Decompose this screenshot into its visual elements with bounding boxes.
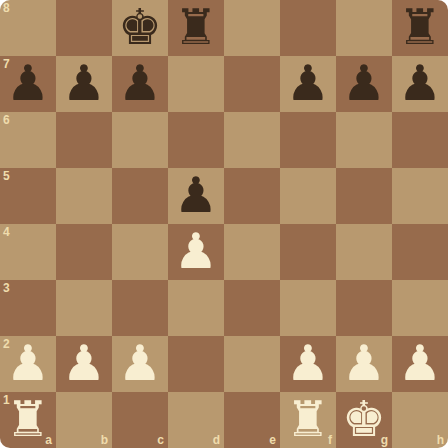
square-c6[interactable] — [112, 112, 168, 168]
square-g5[interactable] — [336, 168, 392, 224]
square-c5[interactable] — [112, 168, 168, 224]
square-f3[interactable] — [280, 280, 336, 336]
rank-label-4: 4 — [3, 225, 10, 239]
square-d5[interactable]: ♟ — [168, 168, 224, 224]
square-c7[interactable]: ♟ — [112, 56, 168, 112]
square-h1[interactable]: h — [392, 392, 448, 448]
square-e5[interactable] — [224, 168, 280, 224]
square-g3[interactable] — [336, 280, 392, 336]
piece-white-rook[interactable]: ♜ — [6, 392, 50, 448]
piece-black-rook[interactable]: ♜ — [174, 0, 218, 56]
square-f5[interactable] — [280, 168, 336, 224]
square-b6[interactable] — [56, 112, 112, 168]
piece-black-pawn[interactable]: ♟ — [6, 56, 50, 112]
square-b8[interactable] — [56, 0, 112, 56]
square-a7[interactable]: 7♟ — [0, 56, 56, 112]
square-d8[interactable]: ♜ — [168, 0, 224, 56]
square-b7[interactable]: ♟ — [56, 56, 112, 112]
square-c3[interactable] — [112, 280, 168, 336]
square-e6[interactable] — [224, 112, 280, 168]
square-e2[interactable] — [224, 336, 280, 392]
file-label-b: b — [101, 433, 108, 447]
file-label-d: d — [213, 433, 220, 447]
square-a2[interactable]: 2♟ — [0, 336, 56, 392]
square-e3[interactable] — [224, 280, 280, 336]
piece-white-pawn[interactable]: ♟ — [286, 336, 330, 392]
square-c1[interactable]: c — [112, 392, 168, 448]
square-f6[interactable] — [280, 112, 336, 168]
square-d6[interactable] — [168, 112, 224, 168]
square-e1[interactable]: e — [224, 392, 280, 448]
piece-white-pawn[interactable]: ♟ — [174, 224, 218, 280]
piece-black-pawn[interactable]: ♟ — [286, 56, 330, 112]
square-a5[interactable]: 5 — [0, 168, 56, 224]
piece-white-rook[interactable]: ♜ — [286, 392, 330, 448]
square-f1[interactable]: f♜ — [280, 392, 336, 448]
rank-label-3: 3 — [3, 281, 10, 295]
square-f8[interactable] — [280, 0, 336, 56]
piece-black-pawn[interactable]: ♟ — [398, 56, 442, 112]
square-a3[interactable]: 3 — [0, 280, 56, 336]
square-h4[interactable] — [392, 224, 448, 280]
square-h8[interactable]: ♜ — [392, 0, 448, 56]
piece-white-pawn[interactable]: ♟ — [118, 336, 162, 392]
square-g2[interactable]: ♟ — [336, 336, 392, 392]
piece-white-king[interactable]: ♚ — [342, 392, 386, 448]
file-label-e: e — [269, 433, 276, 447]
square-g8[interactable] — [336, 0, 392, 56]
square-b1[interactable]: b — [56, 392, 112, 448]
chess-board: 8♚♜♜7♟♟♟♟♟♟65♟4♟32♟♟♟♟♟♟1a♜bcdef♜g♚h — [0, 0, 448, 448]
square-c4[interactable] — [112, 224, 168, 280]
piece-white-pawn[interactable]: ♟ — [398, 336, 442, 392]
square-g4[interactable] — [336, 224, 392, 280]
square-h6[interactable] — [392, 112, 448, 168]
piece-black-rook[interactable]: ♜ — [398, 0, 442, 56]
rank-label-8: 8 — [3, 1, 10, 15]
piece-white-pawn[interactable]: ♟ — [6, 336, 50, 392]
square-g6[interactable] — [336, 112, 392, 168]
square-d2[interactable] — [168, 336, 224, 392]
square-d3[interactable] — [168, 280, 224, 336]
square-a1[interactable]: 1a♜ — [0, 392, 56, 448]
piece-black-pawn[interactable]: ♟ — [174, 168, 218, 224]
square-b4[interactable] — [56, 224, 112, 280]
rank-label-6: 6 — [3, 113, 10, 127]
square-a4[interactable]: 4 — [0, 224, 56, 280]
piece-black-pawn[interactable]: ♟ — [62, 56, 106, 112]
square-b2[interactable]: ♟ — [56, 336, 112, 392]
square-b3[interactable] — [56, 280, 112, 336]
square-f2[interactable]: ♟ — [280, 336, 336, 392]
square-g1[interactable]: g♚ — [336, 392, 392, 448]
square-f7[interactable]: ♟ — [280, 56, 336, 112]
square-d7[interactable] — [168, 56, 224, 112]
square-e7[interactable] — [224, 56, 280, 112]
square-b5[interactable] — [56, 168, 112, 224]
piece-black-king[interactable]: ♚ — [118, 0, 162, 56]
square-e8[interactable] — [224, 0, 280, 56]
square-f4[interactable] — [280, 224, 336, 280]
square-a8[interactable]: 8 — [0, 0, 56, 56]
square-h5[interactable] — [392, 168, 448, 224]
square-c8[interactable]: ♚ — [112, 0, 168, 56]
rank-label-5: 5 — [3, 169, 10, 183]
piece-black-pawn[interactable]: ♟ — [342, 56, 386, 112]
square-d4[interactable]: ♟ — [168, 224, 224, 280]
piece-black-pawn[interactable]: ♟ — [118, 56, 162, 112]
square-h2[interactable]: ♟ — [392, 336, 448, 392]
square-e4[interactable] — [224, 224, 280, 280]
square-h7[interactable]: ♟ — [392, 56, 448, 112]
square-c2[interactable]: ♟ — [112, 336, 168, 392]
square-h3[interactable] — [392, 280, 448, 336]
piece-white-pawn[interactable]: ♟ — [342, 336, 386, 392]
square-d1[interactable]: d — [168, 392, 224, 448]
piece-white-pawn[interactable]: ♟ — [62, 336, 106, 392]
file-label-c: c — [157, 433, 164, 447]
file-label-h: h — [437, 433, 444, 447]
square-g7[interactable]: ♟ — [336, 56, 392, 112]
square-a6[interactable]: 6 — [0, 112, 56, 168]
